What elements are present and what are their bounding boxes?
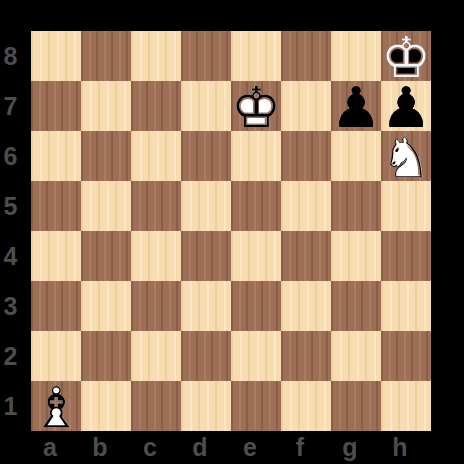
square-g7[interactable]: ♟♙ [331, 81, 381, 131]
square-g8[interactable] [331, 31, 381, 81]
square-b3[interactable] [81, 281, 131, 331]
pawn-glyph-outline: ♙ [331, 81, 381, 131]
square-g1[interactable] [331, 381, 381, 431]
square-g5[interactable] [331, 181, 381, 231]
square-f1[interactable] [281, 381, 331, 431]
square-h2[interactable] [381, 331, 431, 381]
file-label-c: c [131, 431, 181, 464]
square-d8[interactable] [181, 31, 231, 81]
square-e6[interactable] [231, 131, 281, 181]
square-d6[interactable] [181, 131, 231, 181]
king-glyph-outline: ♔ [381, 31, 431, 81]
file-label-b: b [81, 431, 131, 464]
rank-label-4: 4 [0, 231, 31, 281]
square-a8[interactable] [31, 31, 81, 81]
square-e8[interactable] [231, 31, 281, 81]
square-f3[interactable] [281, 281, 331, 331]
piece-black-pawn[interactable]: ♟♙ [381, 81, 431, 131]
chess-diagram: ♚♔♚♔♟♙♟♙♞♘♝♗ 87654321 abcdefgh [0, 0, 464, 464]
square-g2[interactable] [331, 331, 381, 381]
square-e5[interactable] [231, 181, 281, 231]
square-b5[interactable] [81, 181, 131, 231]
square-c3[interactable] [131, 281, 181, 331]
square-h3[interactable] [381, 281, 431, 331]
square-c8[interactable] [131, 31, 181, 81]
square-b6[interactable] [81, 131, 131, 181]
file-label-g: g [331, 431, 381, 464]
square-e7[interactable]: ♚♔ [231, 81, 281, 131]
rank-label-3: 3 [0, 281, 31, 331]
square-c6[interactable] [131, 131, 181, 181]
square-a6[interactable] [31, 131, 81, 181]
square-b2[interactable] [81, 331, 131, 381]
square-h1[interactable] [381, 381, 431, 431]
rank-label-5: 5 [0, 181, 31, 231]
square-d4[interactable] [181, 231, 231, 281]
square-a2[interactable] [31, 331, 81, 381]
piece-white-knight[interactable]: ♞♘ [381, 131, 431, 181]
square-c2[interactable] [131, 331, 181, 381]
square-g6[interactable] [331, 131, 381, 181]
square-g4[interactable] [331, 231, 381, 281]
rank-label-2: 2 [0, 331, 31, 381]
piece-black-king[interactable]: ♚♔ [381, 31, 431, 81]
square-e3[interactable] [231, 281, 281, 331]
king-glyph-outline: ♔ [231, 81, 281, 131]
rank-coordinates: 87654321 [0, 31, 31, 431]
square-a5[interactable] [31, 181, 81, 231]
square-h6[interactable]: ♞♘ [381, 131, 431, 181]
square-g3[interactable] [331, 281, 381, 331]
square-f5[interactable] [281, 181, 331, 231]
bishop-glyph-outline: ♗ [31, 381, 81, 431]
file-label-f: f [281, 431, 331, 464]
square-e1[interactable] [231, 381, 281, 431]
rank-label-6: 6 [0, 131, 31, 181]
rank-label-7: 7 [0, 81, 31, 131]
square-d7[interactable] [181, 81, 231, 131]
square-h4[interactable] [381, 231, 431, 281]
square-c7[interactable] [131, 81, 181, 131]
square-d1[interactable] [181, 381, 231, 431]
piece-white-bishop[interactable]: ♝♗ [31, 381, 81, 431]
file-label-d: d [181, 431, 231, 464]
square-c4[interactable] [131, 231, 181, 281]
square-a4[interactable] [31, 231, 81, 281]
pawn-glyph-outline: ♙ [381, 81, 431, 131]
square-e4[interactable] [231, 231, 281, 281]
file-label-e: e [231, 431, 281, 464]
square-a1[interactable]: ♝♗ [31, 381, 81, 431]
square-f4[interactable] [281, 231, 331, 281]
square-h7[interactable]: ♟♙ [381, 81, 431, 131]
square-b4[interactable] [81, 231, 131, 281]
file-label-h: h [381, 431, 431, 464]
square-c5[interactable] [131, 181, 181, 231]
square-a7[interactable] [31, 81, 81, 131]
square-b7[interactable] [81, 81, 131, 131]
square-h5[interactable] [381, 181, 431, 231]
rank-label-8: 8 [0, 31, 31, 81]
square-b1[interactable] [81, 381, 131, 431]
piece-white-king[interactable]: ♚♔ [231, 81, 281, 131]
square-f2[interactable] [281, 331, 331, 381]
square-e2[interactable] [231, 331, 281, 381]
square-f6[interactable] [281, 131, 331, 181]
file-label-a: a [31, 431, 81, 464]
square-a3[interactable] [31, 281, 81, 331]
file-coordinates: abcdefgh [31, 431, 431, 464]
rank-label-1: 1 [0, 381, 31, 431]
knight-glyph-outline: ♘ [381, 131, 431, 181]
chess-board: ♚♔♚♔♟♙♟♙♞♘♝♗ [31, 31, 431, 431]
square-h8[interactable]: ♚♔ [381, 31, 431, 81]
square-f8[interactable] [281, 31, 331, 81]
square-c1[interactable] [131, 381, 181, 431]
square-f7[interactable] [281, 81, 331, 131]
square-d5[interactable] [181, 181, 231, 231]
square-d3[interactable] [181, 281, 231, 331]
piece-black-pawn[interactable]: ♟♙ [331, 81, 381, 131]
square-b8[interactable] [81, 31, 131, 81]
square-d2[interactable] [181, 331, 231, 381]
